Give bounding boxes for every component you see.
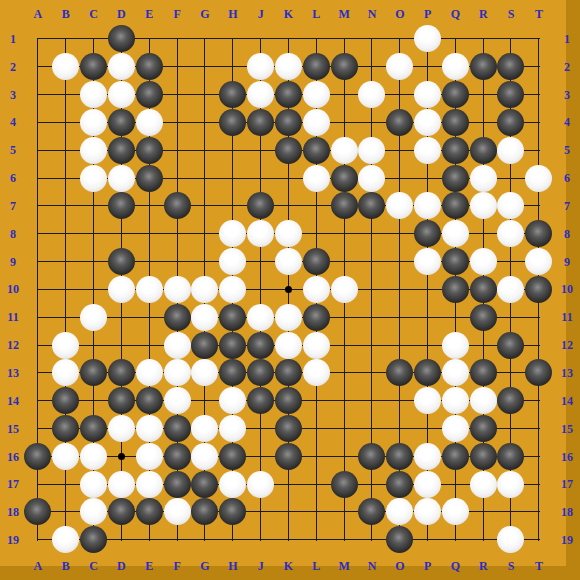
intersection-M1[interactable] bbox=[330, 25, 358, 53]
intersection-A8[interactable] bbox=[24, 220, 52, 248]
intersection-M12[interactable] bbox=[330, 331, 358, 359]
intersection-B4[interactable] bbox=[52, 108, 80, 136]
intersection-C9[interactable] bbox=[80, 248, 108, 276]
intersection-M16[interactable] bbox=[330, 442, 358, 470]
intersection-K12[interactable] bbox=[274, 331, 302, 359]
intersection-Q16[interactable] bbox=[441, 442, 469, 470]
intersection-J14[interactable] bbox=[247, 387, 275, 415]
intersection-L3[interactable] bbox=[302, 81, 330, 109]
intersection-A7[interactable] bbox=[24, 192, 52, 220]
intersection-H16[interactable] bbox=[219, 442, 247, 470]
intersection-C15[interactable] bbox=[80, 415, 108, 443]
intersection-N8[interactable] bbox=[358, 220, 386, 248]
intersection-N18[interactable] bbox=[358, 498, 386, 526]
intersection-N5[interactable] bbox=[358, 136, 386, 164]
intersection-K9[interactable] bbox=[274, 248, 302, 276]
intersection-B18[interactable] bbox=[52, 498, 80, 526]
intersection-R13[interactable] bbox=[469, 359, 497, 387]
intersection-A1[interactable] bbox=[24, 25, 52, 53]
intersection-P5[interactable] bbox=[414, 136, 442, 164]
intersection-F16[interactable] bbox=[163, 442, 191, 470]
intersection-J1[interactable] bbox=[247, 25, 275, 53]
intersection-G16[interactable] bbox=[191, 442, 219, 470]
intersection-E19[interactable] bbox=[135, 526, 163, 554]
intersection-T16[interactable] bbox=[525, 442, 553, 470]
intersection-G13[interactable] bbox=[191, 359, 219, 387]
intersection-K13[interactable] bbox=[274, 359, 302, 387]
intersection-Q11[interactable] bbox=[441, 303, 469, 331]
intersection-N15[interactable] bbox=[358, 415, 386, 443]
intersection-R10[interactable] bbox=[469, 275, 497, 303]
intersection-E9[interactable] bbox=[135, 248, 163, 276]
intersection-L17[interactable] bbox=[302, 470, 330, 498]
intersection-M11[interactable] bbox=[330, 303, 358, 331]
intersection-P9[interactable] bbox=[414, 248, 442, 276]
intersection-H8[interactable] bbox=[219, 220, 247, 248]
intersection-B11[interactable] bbox=[52, 303, 80, 331]
intersection-K3[interactable] bbox=[274, 81, 302, 109]
intersection-O9[interactable] bbox=[386, 248, 414, 276]
intersection-F1[interactable] bbox=[163, 25, 191, 53]
intersection-J18[interactable] bbox=[247, 498, 275, 526]
intersection-E2[interactable] bbox=[135, 53, 163, 81]
intersection-T2[interactable] bbox=[525, 53, 553, 81]
intersection-A15[interactable] bbox=[24, 415, 52, 443]
intersection-M3[interactable] bbox=[330, 81, 358, 109]
intersection-E6[interactable] bbox=[135, 164, 163, 192]
intersection-L14[interactable] bbox=[302, 387, 330, 415]
intersection-S1[interactable] bbox=[497, 25, 525, 53]
intersection-F19[interactable] bbox=[163, 526, 191, 554]
intersection-K8[interactable] bbox=[274, 220, 302, 248]
intersection-O4[interactable] bbox=[386, 108, 414, 136]
intersection-M13[interactable] bbox=[330, 359, 358, 387]
intersection-D1[interactable] bbox=[107, 25, 135, 53]
intersection-M19[interactable] bbox=[330, 526, 358, 554]
intersection-Q13[interactable] bbox=[441, 359, 469, 387]
intersection-A2[interactable] bbox=[24, 53, 52, 81]
intersection-Q4[interactable] bbox=[441, 108, 469, 136]
intersection-B7[interactable] bbox=[52, 192, 80, 220]
intersection-K2[interactable] bbox=[274, 53, 302, 81]
intersection-K15[interactable] bbox=[274, 415, 302, 443]
intersection-K17[interactable] bbox=[274, 470, 302, 498]
intersection-N9[interactable] bbox=[358, 248, 386, 276]
intersection-L8[interactable] bbox=[302, 220, 330, 248]
intersection-D3[interactable] bbox=[107, 81, 135, 109]
intersection-E13[interactable] bbox=[135, 359, 163, 387]
intersection-E1[interactable] bbox=[135, 25, 163, 53]
intersection-G5[interactable] bbox=[191, 136, 219, 164]
intersection-K4[interactable] bbox=[274, 108, 302, 136]
intersection-O10[interactable] bbox=[386, 275, 414, 303]
intersection-S4[interactable] bbox=[497, 108, 525, 136]
intersection-O12[interactable] bbox=[386, 331, 414, 359]
intersection-P19[interactable] bbox=[414, 526, 442, 554]
intersection-L4[interactable] bbox=[302, 108, 330, 136]
intersection-T6[interactable] bbox=[525, 164, 553, 192]
intersection-E3[interactable] bbox=[135, 81, 163, 109]
intersection-Q1[interactable] bbox=[441, 25, 469, 53]
intersection-L9[interactable] bbox=[302, 248, 330, 276]
intersection-A13[interactable] bbox=[24, 359, 52, 387]
intersection-H13[interactable] bbox=[219, 359, 247, 387]
intersection-O5[interactable] bbox=[386, 136, 414, 164]
intersection-C3[interactable] bbox=[80, 81, 108, 109]
intersection-H10[interactable] bbox=[219, 275, 247, 303]
intersection-C17[interactable] bbox=[80, 470, 108, 498]
intersection-G9[interactable] bbox=[191, 248, 219, 276]
intersection-R2[interactable] bbox=[469, 53, 497, 81]
intersection-P14[interactable] bbox=[414, 387, 442, 415]
intersection-O2[interactable] bbox=[386, 53, 414, 81]
intersection-D15[interactable] bbox=[107, 415, 135, 443]
intersection-L6[interactable] bbox=[302, 164, 330, 192]
intersection-J7[interactable] bbox=[247, 192, 275, 220]
intersection-N16[interactable] bbox=[358, 442, 386, 470]
intersection-T13[interactable] bbox=[525, 359, 553, 387]
intersection-S2[interactable] bbox=[497, 53, 525, 81]
intersection-M17[interactable] bbox=[330, 470, 358, 498]
intersection-J4[interactable] bbox=[247, 108, 275, 136]
intersection-B8[interactable] bbox=[52, 220, 80, 248]
intersection-C14[interactable] bbox=[80, 387, 108, 415]
intersection-G6[interactable] bbox=[191, 164, 219, 192]
intersection-P12[interactable] bbox=[414, 331, 442, 359]
intersection-P3[interactable] bbox=[414, 81, 442, 109]
intersection-B9[interactable] bbox=[52, 248, 80, 276]
intersection-L7[interactable] bbox=[302, 192, 330, 220]
intersection-L2[interactable] bbox=[302, 53, 330, 81]
intersection-T5[interactable] bbox=[525, 136, 553, 164]
intersection-Q18[interactable] bbox=[441, 498, 469, 526]
intersection-L11[interactable] bbox=[302, 303, 330, 331]
intersection-S9[interactable] bbox=[497, 248, 525, 276]
intersection-R6[interactable] bbox=[469, 164, 497, 192]
intersection-G18[interactable] bbox=[191, 498, 219, 526]
intersection-K7[interactable] bbox=[274, 192, 302, 220]
intersection-B16[interactable] bbox=[52, 442, 80, 470]
intersection-H17[interactable] bbox=[219, 470, 247, 498]
intersection-L10[interactable] bbox=[302, 275, 330, 303]
intersection-C11[interactable] bbox=[80, 303, 108, 331]
intersection-C19[interactable] bbox=[80, 526, 108, 554]
intersection-J9[interactable] bbox=[247, 248, 275, 276]
intersection-S5[interactable] bbox=[497, 136, 525, 164]
intersection-T17[interactable] bbox=[525, 470, 553, 498]
intersection-M8[interactable] bbox=[330, 220, 358, 248]
intersection-Q2[interactable] bbox=[441, 53, 469, 81]
intersection-H19[interactable] bbox=[219, 526, 247, 554]
intersection-P4[interactable] bbox=[414, 108, 442, 136]
intersection-D2[interactable] bbox=[107, 53, 135, 81]
intersection-Q19[interactable] bbox=[441, 526, 469, 554]
intersection-N7[interactable] bbox=[358, 192, 386, 220]
intersection-J8[interactable] bbox=[247, 220, 275, 248]
intersection-D7[interactable] bbox=[107, 192, 135, 220]
intersection-T10[interactable] bbox=[525, 275, 553, 303]
intersection-D4[interactable] bbox=[107, 108, 135, 136]
intersection-H14[interactable] bbox=[219, 387, 247, 415]
intersection-P16[interactable] bbox=[414, 442, 442, 470]
intersection-K5[interactable] bbox=[274, 136, 302, 164]
intersection-S7[interactable] bbox=[497, 192, 525, 220]
intersection-M5[interactable] bbox=[330, 136, 358, 164]
intersection-O19[interactable] bbox=[386, 526, 414, 554]
intersection-A3[interactable] bbox=[24, 81, 52, 109]
intersection-B13[interactable] bbox=[52, 359, 80, 387]
intersection-H1[interactable] bbox=[219, 25, 247, 53]
intersection-A6[interactable] bbox=[24, 164, 52, 192]
intersection-K1[interactable] bbox=[274, 25, 302, 53]
intersection-N10[interactable] bbox=[358, 275, 386, 303]
intersection-S15[interactable] bbox=[497, 415, 525, 443]
intersection-R9[interactable] bbox=[469, 248, 497, 276]
intersection-A17[interactable] bbox=[24, 470, 52, 498]
intersection-L12[interactable] bbox=[302, 331, 330, 359]
intersection-R5[interactable] bbox=[469, 136, 497, 164]
intersection-C1[interactable] bbox=[80, 25, 108, 53]
intersection-G3[interactable] bbox=[191, 81, 219, 109]
intersection-K16[interactable] bbox=[274, 442, 302, 470]
intersection-F14[interactable] bbox=[163, 387, 191, 415]
intersection-J3[interactable] bbox=[247, 81, 275, 109]
intersection-S6[interactable] bbox=[497, 164, 525, 192]
intersection-G11[interactable] bbox=[191, 303, 219, 331]
intersection-R8[interactable] bbox=[469, 220, 497, 248]
intersection-P15[interactable] bbox=[414, 415, 442, 443]
intersection-H5[interactable] bbox=[219, 136, 247, 164]
intersection-M10[interactable] bbox=[330, 275, 358, 303]
intersection-D6[interactable] bbox=[107, 164, 135, 192]
intersection-R3[interactable] bbox=[469, 81, 497, 109]
intersection-P1[interactable] bbox=[414, 25, 442, 53]
intersection-F6[interactable] bbox=[163, 164, 191, 192]
intersection-E14[interactable] bbox=[135, 387, 163, 415]
intersection-S16[interactable] bbox=[497, 442, 525, 470]
intersection-C12[interactable] bbox=[80, 331, 108, 359]
intersection-R19[interactable] bbox=[469, 526, 497, 554]
intersection-H7[interactable] bbox=[219, 192, 247, 220]
intersection-R1[interactable] bbox=[469, 25, 497, 53]
intersection-Q17[interactable] bbox=[441, 470, 469, 498]
intersection-M9[interactable] bbox=[330, 248, 358, 276]
intersection-D9[interactable] bbox=[107, 248, 135, 276]
intersection-T4[interactable] bbox=[525, 108, 553, 136]
intersection-P11[interactable] bbox=[414, 303, 442, 331]
intersection-D5[interactable] bbox=[107, 136, 135, 164]
intersection-J13[interactable] bbox=[247, 359, 275, 387]
intersection-S12[interactable] bbox=[497, 331, 525, 359]
intersection-N3[interactable] bbox=[358, 81, 386, 109]
intersection-D16[interactable] bbox=[107, 442, 135, 470]
intersection-G4[interactable] bbox=[191, 108, 219, 136]
intersection-O7[interactable] bbox=[386, 192, 414, 220]
intersection-J17[interactable] bbox=[247, 470, 275, 498]
intersection-O18[interactable] bbox=[386, 498, 414, 526]
intersection-E5[interactable] bbox=[135, 136, 163, 164]
intersection-R17[interactable] bbox=[469, 470, 497, 498]
intersection-D13[interactable] bbox=[107, 359, 135, 387]
intersection-Q5[interactable] bbox=[441, 136, 469, 164]
intersection-E10[interactable] bbox=[135, 275, 163, 303]
intersection-T9[interactable] bbox=[525, 248, 553, 276]
intersection-S10[interactable] bbox=[497, 275, 525, 303]
intersection-E12[interactable] bbox=[135, 331, 163, 359]
intersection-N2[interactable] bbox=[358, 53, 386, 81]
intersection-L13[interactable] bbox=[302, 359, 330, 387]
intersection-G2[interactable] bbox=[191, 53, 219, 81]
intersection-N11[interactable] bbox=[358, 303, 386, 331]
intersection-H9[interactable] bbox=[219, 248, 247, 276]
intersection-R12[interactable] bbox=[469, 331, 497, 359]
intersection-D18[interactable] bbox=[107, 498, 135, 526]
intersection-R7[interactable] bbox=[469, 192, 497, 220]
intersection-O13[interactable] bbox=[386, 359, 414, 387]
intersection-F5[interactable] bbox=[163, 136, 191, 164]
intersection-C4[interactable] bbox=[80, 108, 108, 136]
intersection-T12[interactable] bbox=[525, 331, 553, 359]
intersection-Q9[interactable] bbox=[441, 248, 469, 276]
intersection-O3[interactable] bbox=[386, 81, 414, 109]
intersection-F4[interactable] bbox=[163, 108, 191, 136]
intersection-F7[interactable] bbox=[163, 192, 191, 220]
intersection-N19[interactable] bbox=[358, 526, 386, 554]
intersection-L5[interactable] bbox=[302, 136, 330, 164]
intersection-G14[interactable] bbox=[191, 387, 219, 415]
intersection-M2[interactable] bbox=[330, 53, 358, 81]
intersection-B1[interactable] bbox=[52, 25, 80, 53]
intersection-H15[interactable] bbox=[219, 415, 247, 443]
intersection-J2[interactable] bbox=[247, 53, 275, 81]
intersection-M7[interactable] bbox=[330, 192, 358, 220]
intersection-T11[interactable] bbox=[525, 303, 553, 331]
intersection-H12[interactable] bbox=[219, 331, 247, 359]
intersection-M4[interactable] bbox=[330, 108, 358, 136]
intersection-G19[interactable] bbox=[191, 526, 219, 554]
intersection-B3[interactable] bbox=[52, 81, 80, 109]
intersection-G10[interactable] bbox=[191, 275, 219, 303]
intersection-A9[interactable] bbox=[24, 248, 52, 276]
intersection-Q6[interactable] bbox=[441, 164, 469, 192]
intersection-L18[interactable] bbox=[302, 498, 330, 526]
intersection-B12[interactable] bbox=[52, 331, 80, 359]
intersection-A16[interactable] bbox=[24, 442, 52, 470]
intersection-C16[interactable] bbox=[80, 442, 108, 470]
intersection-E4[interactable] bbox=[135, 108, 163, 136]
intersection-F9[interactable] bbox=[163, 248, 191, 276]
intersection-N12[interactable] bbox=[358, 331, 386, 359]
intersection-G1[interactable] bbox=[191, 25, 219, 53]
intersection-C8[interactable] bbox=[80, 220, 108, 248]
intersection-R11[interactable] bbox=[469, 303, 497, 331]
intersection-J11[interactable] bbox=[247, 303, 275, 331]
intersection-O8[interactable] bbox=[386, 220, 414, 248]
intersection-K10[interactable] bbox=[274, 275, 302, 303]
intersection-O16[interactable] bbox=[386, 442, 414, 470]
intersection-E8[interactable] bbox=[135, 220, 163, 248]
intersection-J16[interactable] bbox=[247, 442, 275, 470]
intersection-B10[interactable] bbox=[52, 275, 80, 303]
intersection-L15[interactable] bbox=[302, 415, 330, 443]
intersection-H4[interactable] bbox=[219, 108, 247, 136]
intersection-H6[interactable] bbox=[219, 164, 247, 192]
intersection-H11[interactable] bbox=[219, 303, 247, 331]
intersection-Q15[interactable] bbox=[441, 415, 469, 443]
intersection-K18[interactable] bbox=[274, 498, 302, 526]
intersection-A11[interactable] bbox=[24, 303, 52, 331]
intersection-F13[interactable] bbox=[163, 359, 191, 387]
intersection-C2[interactable] bbox=[80, 53, 108, 81]
intersection-F3[interactable] bbox=[163, 81, 191, 109]
intersection-H3[interactable] bbox=[219, 81, 247, 109]
intersection-E18[interactable] bbox=[135, 498, 163, 526]
intersection-F17[interactable] bbox=[163, 470, 191, 498]
intersection-C13[interactable] bbox=[80, 359, 108, 387]
intersection-Q8[interactable] bbox=[441, 220, 469, 248]
intersection-A10[interactable] bbox=[24, 275, 52, 303]
intersection-H18[interactable] bbox=[219, 498, 247, 526]
intersection-S3[interactable] bbox=[497, 81, 525, 109]
intersection-G7[interactable] bbox=[191, 192, 219, 220]
intersection-P13[interactable] bbox=[414, 359, 442, 387]
intersection-D11[interactable] bbox=[107, 303, 135, 331]
intersection-B15[interactable] bbox=[52, 415, 80, 443]
intersection-O6[interactable] bbox=[386, 164, 414, 192]
intersection-S17[interactable] bbox=[497, 470, 525, 498]
intersection-S8[interactable] bbox=[497, 220, 525, 248]
intersection-O1[interactable] bbox=[386, 25, 414, 53]
intersection-E17[interactable] bbox=[135, 470, 163, 498]
intersection-F10[interactable] bbox=[163, 275, 191, 303]
intersection-Q14[interactable] bbox=[441, 387, 469, 415]
intersection-F12[interactable] bbox=[163, 331, 191, 359]
intersection-O15[interactable] bbox=[386, 415, 414, 443]
intersection-J12[interactable] bbox=[247, 331, 275, 359]
intersection-R16[interactable] bbox=[469, 442, 497, 470]
intersection-O17[interactable] bbox=[386, 470, 414, 498]
intersection-P10[interactable] bbox=[414, 275, 442, 303]
intersection-C18[interactable] bbox=[80, 498, 108, 526]
intersection-D17[interactable] bbox=[107, 470, 135, 498]
intersection-F2[interactable] bbox=[163, 53, 191, 81]
intersection-M18[interactable] bbox=[330, 498, 358, 526]
intersection-D12[interactable] bbox=[107, 331, 135, 359]
intersection-K11[interactable] bbox=[274, 303, 302, 331]
intersection-E11[interactable] bbox=[135, 303, 163, 331]
intersection-Q12[interactable] bbox=[441, 331, 469, 359]
intersection-R18[interactable] bbox=[469, 498, 497, 526]
intersection-G12[interactable] bbox=[191, 331, 219, 359]
intersection-R15[interactable] bbox=[469, 415, 497, 443]
intersection-L16[interactable] bbox=[302, 442, 330, 470]
intersection-B2[interactable] bbox=[52, 53, 80, 81]
intersection-S14[interactable] bbox=[497, 387, 525, 415]
intersection-P7[interactable] bbox=[414, 192, 442, 220]
intersection-B14[interactable] bbox=[52, 387, 80, 415]
intersection-F11[interactable] bbox=[163, 303, 191, 331]
intersection-J19[interactable] bbox=[247, 526, 275, 554]
intersection-G8[interactable] bbox=[191, 220, 219, 248]
intersection-J5[interactable] bbox=[247, 136, 275, 164]
intersection-T3[interactable] bbox=[525, 81, 553, 109]
intersection-Q3[interactable] bbox=[441, 81, 469, 109]
intersection-J6[interactable] bbox=[247, 164, 275, 192]
intersection-N14[interactable] bbox=[358, 387, 386, 415]
intersection-O11[interactable] bbox=[386, 303, 414, 331]
intersection-A5[interactable] bbox=[24, 136, 52, 164]
intersection-C5[interactable] bbox=[80, 136, 108, 164]
